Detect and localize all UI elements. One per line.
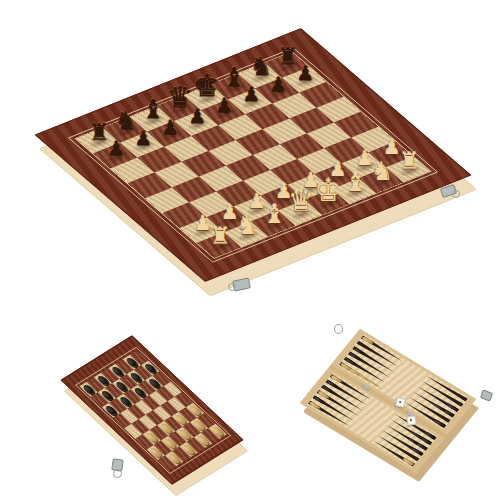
chess-board-group: ♜♞♝♛♚♝♞♜♟♟♟♟♟♟♟♟♟♟♟♟♟♟♟♟♜♞♝♛♚♝♞♜ xyxy=(85,0,421,323)
black-backgammon-checker xyxy=(406,436,419,446)
checkers-front-clasp-ring xyxy=(113,469,122,478)
light-rook-piece: ♜ xyxy=(399,149,420,172)
checkers-grid xyxy=(79,350,226,470)
black-backgammon-checker xyxy=(433,402,446,412)
chess-side-clasp-ring xyxy=(452,190,460,198)
dark-rook-piece: ♜ xyxy=(277,45,298,68)
checkers-board-group xyxy=(67,325,237,495)
product-photo-stage: ♜♞♝♛♚♝♞♜♟♟♟♟♟♟♟♟♟♟♟♟♟♟♟♟♜♞♝♛♚♝♞♜ xyxy=(0,0,500,500)
backgammon-latch-hook xyxy=(334,324,343,334)
chess-board: ♜♞♝♛♚♝♞♜♟♟♟♟♟♟♟♟♟♟♟♟♟♟♟♟♜♞♝♛♚♝♞♜ xyxy=(34,28,472,282)
tan-backgammon-checker xyxy=(366,378,379,388)
black-backgammon-checker xyxy=(410,430,423,440)
backgammon-point xyxy=(424,374,468,403)
light-rook-piece: ♜ xyxy=(210,225,231,248)
backgammon-case xyxy=(300,329,476,473)
backgammon-case-group xyxy=(238,316,500,486)
chess-front-clasp-ring xyxy=(228,283,236,291)
die xyxy=(406,415,416,425)
dark-pawn-piece: ♟ xyxy=(296,63,314,83)
dark-rook-piece: ♜ xyxy=(88,121,109,144)
